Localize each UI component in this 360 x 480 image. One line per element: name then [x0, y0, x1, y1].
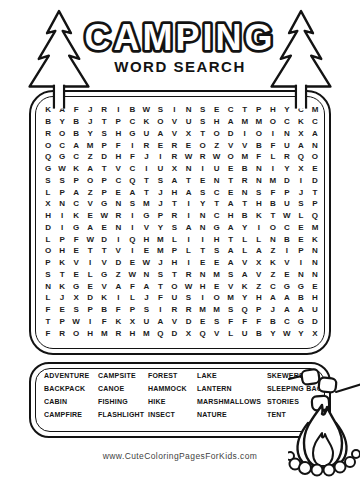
grid-cell: Y: [153, 222, 167, 234]
grid-cell: G: [97, 269, 111, 281]
grid-cell: Q: [308, 210, 322, 222]
grid-cell: N: [252, 175, 266, 187]
grid-cell: I: [182, 233, 196, 245]
grid-cell: U: [153, 163, 167, 175]
grid-cell: R: [41, 128, 55, 140]
grid-cell: X: [182, 128, 196, 140]
grid-cell: C: [55, 139, 69, 151]
grid-cell: S: [224, 304, 238, 316]
grid-cell: G: [139, 210, 153, 222]
grid-cell: W: [280, 327, 294, 339]
grid-cell: O: [55, 128, 69, 140]
grid-cell: F: [111, 139, 125, 151]
grid-cell: P: [55, 186, 69, 198]
grid-cell: P: [55, 233, 69, 245]
grid-cell: P: [83, 304, 97, 316]
grid-cell: I: [238, 128, 252, 140]
grid-cell: I: [83, 257, 97, 269]
grid-cell: Q: [41, 151, 55, 163]
word-list-item: CAMPFIRE: [44, 408, 98, 421]
grid-cell: L: [238, 233, 252, 245]
grid-cell: S: [196, 104, 210, 116]
grid-cell: I: [111, 104, 125, 116]
grid-cell: P: [97, 175, 111, 187]
grid-cell: C: [69, 198, 83, 210]
grid-cell: M: [210, 269, 224, 281]
grid-cell: R: [111, 210, 125, 222]
grid-cell: X: [294, 128, 308, 140]
grid-cell: I: [153, 151, 167, 163]
page-title: CAMPING: [85, 17, 276, 58]
word-list-column: LAKELANTERNMARSHMALLOWSNATURE: [197, 369, 267, 421]
grid-cell: C: [125, 163, 139, 175]
campfire-marshmallow-illustration: [288, 363, 360, 477]
grid-cell: B: [125, 104, 139, 116]
grid-cell: A: [139, 280, 153, 292]
grid-cell: R: [167, 304, 181, 316]
grid-cell: M: [266, 175, 280, 187]
grid-cell: R: [167, 210, 181, 222]
grid-cell: Z: [83, 151, 97, 163]
grid-cell: L: [167, 233, 181, 245]
grid-cell: S: [210, 316, 224, 328]
grid-cell: K: [294, 116, 308, 128]
grid-cell: D: [97, 233, 111, 245]
grid-cell: S: [41, 175, 55, 187]
grid-cell: W: [139, 257, 153, 269]
grid-cell: P: [294, 245, 308, 257]
grid-cell: A: [224, 245, 238, 257]
grid-cell: A: [224, 116, 238, 128]
grid-cell: O: [41, 245, 55, 257]
grid-cell: M: [153, 233, 167, 245]
grid-cell: M: [224, 292, 238, 304]
grid-cell: P: [69, 175, 83, 187]
grid-cell: Z: [210, 139, 224, 151]
grid-cell: A: [224, 198, 238, 210]
grid-cell: A: [224, 222, 238, 234]
grid-cell: L: [41, 186, 55, 198]
grid-cell: L: [125, 292, 139, 304]
grid-cell: X: [182, 327, 196, 339]
skewer-stick: [289, 376, 301, 379]
grid-cell: F: [125, 151, 139, 163]
grid-cell: J: [266, 304, 280, 316]
grid-cell: V: [280, 257, 294, 269]
grid-cell: G: [97, 198, 111, 210]
grid-cell: T: [224, 175, 238, 187]
grid-cell: J: [83, 116, 97, 128]
word-list-column: FORESTHAMMOCKHIKEINSECT: [148, 369, 197, 421]
grid-cell: S: [210, 245, 224, 257]
grid-cell: G: [280, 280, 294, 292]
tree-trunk: [54, 85, 64, 109]
grid-cell: I: [266, 163, 280, 175]
grid-cell: T: [139, 175, 153, 187]
grid-cell: H: [55, 245, 69, 257]
grid-cell: V: [97, 257, 111, 269]
grid-cell: Z: [111, 269, 125, 281]
grid-cell: C: [69, 151, 83, 163]
grid-cell: U: [167, 292, 181, 304]
grid-cell: U: [210, 163, 224, 175]
grid-cell: U: [182, 116, 196, 128]
word-list-item: BACKPACK: [44, 382, 98, 395]
grid-cell: A: [167, 175, 181, 187]
grid-cell: I: [196, 233, 210, 245]
grid-cell: B: [252, 327, 266, 339]
grid-cell: U: [238, 327, 252, 339]
grid-cell: T: [97, 245, 111, 257]
grid-cell: M: [196, 304, 210, 316]
grid-cell: K: [97, 292, 111, 304]
grid-cell: S: [224, 269, 238, 281]
grid-cell: L: [294, 210, 308, 222]
grid-cell: H: [210, 233, 224, 245]
grid-cell: J: [153, 257, 167, 269]
grid-cell: S: [97, 128, 111, 140]
grid-cell: S: [153, 269, 167, 281]
grid-cell: I: [139, 163, 153, 175]
grid-cell: A: [280, 292, 294, 304]
grid-cell: P: [280, 186, 294, 198]
grid-cell: S: [153, 175, 167, 187]
word-list-item: LAKE: [197, 369, 267, 382]
grid-cell: M: [139, 198, 153, 210]
grid-cell: V: [83, 198, 97, 210]
word-list-column: ADVENTUREBACKPACKCABINCAMPFIRE: [44, 369, 98, 421]
grid-cell: O: [69, 327, 83, 339]
word-list-item: FISHING: [98, 395, 148, 408]
grid-cell: D: [308, 175, 322, 187]
grid-cell: P: [153, 210, 167, 222]
grid-cell: W: [125, 269, 139, 281]
grid-cell: A: [294, 139, 308, 151]
grid-cell: R: [55, 327, 69, 339]
grid-cell: F: [252, 316, 266, 328]
grid-cell: E: [125, 257, 139, 269]
grid-cell: E: [55, 304, 69, 316]
grid-cell: W: [182, 151, 196, 163]
grid-cell: O: [266, 116, 280, 128]
grid-cell: T: [308, 186, 322, 198]
tree-trunk: [296, 85, 306, 109]
grid-cell: A: [266, 292, 280, 304]
grid-cell: U: [139, 128, 153, 140]
grid-cell: E: [224, 186, 238, 198]
grid-cell: H: [196, 280, 210, 292]
grid-cell: E: [294, 222, 308, 234]
grid-cell: T: [238, 198, 252, 210]
grid-cell: N: [238, 186, 252, 198]
grid-cell: F: [252, 151, 266, 163]
grid-cell: V: [69, 257, 83, 269]
grid-cell: P: [125, 304, 139, 316]
grid-cell: K: [238, 280, 252, 292]
grid-cell: H: [111, 151, 125, 163]
grid-cell: A: [83, 163, 97, 175]
grid-cell: P: [308, 198, 322, 210]
grid-cell: Q: [125, 175, 139, 187]
grid-cell: P: [97, 139, 111, 151]
grid-cell: S: [41, 269, 55, 281]
grid-cell: I: [125, 222, 139, 234]
grid-cell: O: [153, 116, 167, 128]
grid-cell: A: [182, 222, 196, 234]
word-list-item: FLASHLIGHT: [98, 408, 148, 421]
grid-cell: R: [167, 139, 181, 151]
grid-cell: S: [55, 175, 69, 187]
grid-cell: Q: [125, 233, 139, 245]
grid-cell: Q: [238, 304, 252, 316]
grid-cell: R: [182, 304, 196, 316]
grid-cell: W: [210, 151, 224, 163]
grid-cell: B: [266, 316, 280, 328]
grid-cell: T: [182, 175, 196, 187]
grid-cell: M: [238, 151, 252, 163]
grid-cell: A: [182, 186, 196, 198]
grid-cell: G: [125, 128, 139, 140]
grid-cell: G: [294, 316, 308, 328]
marshmallow: [301, 369, 320, 385]
grid-cell: Q: [196, 327, 210, 339]
grid-cell: I: [182, 210, 196, 222]
grid-cell: T: [196, 245, 210, 257]
grid-cell: W: [182, 280, 196, 292]
grid-cell: N: [196, 210, 210, 222]
grid-cell: I: [55, 222, 69, 234]
grid-cell: C: [210, 210, 224, 222]
grid-cell: I: [196, 292, 210, 304]
grid-cell: I: [83, 316, 97, 328]
tree-canopy: [272, 11, 331, 86]
grid-cell: S: [182, 292, 196, 304]
grid-cell: F: [111, 304, 125, 316]
grid-cell: O: [196, 139, 210, 151]
grid-cell: B: [266, 198, 280, 210]
grid-cell: E: [294, 233, 308, 245]
grid-cell: E: [182, 139, 196, 151]
grid-cell: T: [139, 186, 153, 198]
grid-cell: G: [294, 280, 308, 292]
grid-cell: C: [308, 116, 322, 128]
grid-cell: I: [294, 175, 308, 187]
grid-cell: F: [41, 304, 55, 316]
grid-cell: B: [280, 233, 294, 245]
grid-cell: H: [167, 257, 181, 269]
grid-cell: B: [252, 139, 266, 151]
grid-cell: C: [280, 222, 294, 234]
grid-cell: F: [266, 139, 280, 151]
grid-cell: F: [238, 316, 252, 328]
grid-cell: A: [69, 186, 83, 198]
grid-cell: N: [41, 280, 55, 292]
grid-cell: V: [167, 316, 181, 328]
grid-cell: V: [111, 245, 125, 257]
grid-cell: N: [210, 175, 224, 187]
grid-cell: M: [97, 327, 111, 339]
grid-cell: B: [238, 210, 252, 222]
grid-cell: L: [252, 233, 266, 245]
word-list-item: FOREST: [148, 369, 197, 382]
grid-cell: T: [210, 198, 224, 210]
grid-cell: A: [252, 245, 266, 257]
grid-cell: R: [196, 151, 210, 163]
grid-cell: I: [153, 304, 167, 316]
grid-cell: I: [125, 139, 139, 151]
grid-cell: Q: [153, 327, 167, 339]
grid-cell: I: [167, 104, 181, 116]
grid-cell: C: [224, 104, 238, 116]
grid-cell: J: [294, 186, 308, 198]
grid-cell: W: [280, 210, 294, 222]
grid-cell: Z: [83, 186, 97, 198]
grid-cell: H: [252, 198, 266, 210]
grid-cell: J: [55, 292, 69, 304]
grid-cell: Z: [252, 280, 266, 292]
grid-cell: D: [167, 327, 181, 339]
grid-cell: S: [252, 186, 266, 198]
grid-cell: G: [41, 163, 55, 175]
grid-cell: A: [280, 304, 294, 316]
grid-cell: Y: [238, 222, 252, 234]
grid-cell: B: [69, 116, 83, 128]
grid-cell: P: [55, 316, 69, 328]
grid-cell: S: [196, 186, 210, 198]
grid-cell: W: [69, 316, 83, 328]
grid-cell: E: [196, 257, 210, 269]
skewer-stick: [336, 384, 360, 392]
grid-cell: O: [210, 128, 224, 140]
grid-cell: E: [97, 222, 111, 234]
grid-cell: V: [167, 128, 181, 140]
word-search-grid: KAFJRIBWSINSECTPHYCMBYBJTPCKOVUSHAMMOCKC…: [41, 104, 322, 339]
word-list-item: LANTERN: [197, 382, 267, 395]
grid-cell: N: [111, 198, 125, 210]
grid-cell: N: [266, 233, 280, 245]
grid-cell: H: [41, 210, 55, 222]
grid-cell: G: [69, 222, 83, 234]
grid-cell: R: [167, 151, 181, 163]
grid-cell: V: [111, 163, 125, 175]
grid-cell: E: [83, 280, 97, 292]
word-list-item: ADVENTURE: [44, 369, 98, 382]
grid-cell: C: [266, 280, 280, 292]
grid-cell: L: [41, 233, 55, 245]
pine-tree-left-illustration: [13, 6, 105, 110]
grid-cell: V: [97, 280, 111, 292]
grid-cell: P: [111, 116, 125, 128]
grid-cell: T: [167, 269, 181, 281]
grid-cell: E: [210, 104, 224, 116]
grid-cell: N: [294, 269, 308, 281]
grid-cell: M: [308, 222, 322, 234]
grid-cell: I: [266, 128, 280, 140]
grid-cell: N: [196, 222, 210, 234]
grid-cell: B: [238, 163, 252, 175]
grid-cell: X: [125, 316, 139, 328]
grid-cell: K: [266, 257, 280, 269]
grid-cell: K: [55, 257, 69, 269]
grid-cell: A: [153, 316, 167, 328]
grid-cell: N: [308, 245, 322, 257]
grid-cell: U: [139, 316, 153, 328]
grid-cell: V: [210, 327, 224, 339]
grid-cell: Y: [294, 327, 308, 339]
grid-cell: H: [167, 186, 181, 198]
grid-cell: H: [83, 327, 97, 339]
grid-cell: K: [69, 210, 83, 222]
grid-cell: V: [167, 116, 181, 128]
grid-cell: V: [224, 139, 238, 151]
word-list-item: CANOE: [98, 382, 148, 395]
grid-cell: N: [308, 139, 322, 151]
word-list-column: CAMPSITECANOEFISHINGFLASHLIGHT: [98, 369, 148, 421]
grid-cell: K: [252, 210, 266, 222]
grid-cell: N: [111, 222, 125, 234]
grid-cell: T: [41, 316, 55, 328]
grid-cell: M: [252, 116, 266, 128]
word-list-item: MARSHMALLOWS: [197, 395, 267, 408]
grid-cell: Y: [280, 163, 294, 175]
grid-cell: M: [153, 245, 167, 257]
grid-cell: P: [167, 245, 181, 257]
grid-cell: X: [167, 163, 181, 175]
grid-cell: X: [294, 163, 308, 175]
grid-cell: I: [125, 245, 139, 257]
grid-cell: M: [139, 327, 153, 339]
grid-cell: I: [252, 222, 266, 234]
grid-cell: L: [266, 151, 280, 163]
grid-cell: R: [238, 175, 252, 187]
grid-cell: T: [97, 116, 111, 128]
grid-cell: O: [308, 151, 322, 163]
grid-cell: J: [153, 198, 167, 210]
grid-cell: S: [167, 222, 181, 234]
grid-cell: H: [308, 292, 322, 304]
grid-cell: L: [41, 292, 55, 304]
grid-cell: L: [238, 245, 252, 257]
grid-cell: C: [280, 316, 294, 328]
grid-cell: N: [139, 269, 153, 281]
grid-cell: O: [167, 280, 181, 292]
grid-cell: N: [308, 269, 322, 281]
grid-cell: H: [139, 233, 153, 245]
grid-cell: I: [280, 245, 294, 257]
word-list-item: INSECT: [148, 408, 197, 421]
grid-cell: T: [55, 269, 69, 281]
grid-cell: U: [308, 304, 322, 316]
grid-cell: Z: [266, 245, 280, 257]
grid-cell: O: [224, 151, 238, 163]
grid-cell: T: [97, 163, 111, 175]
grid-cell: M: [238, 116, 252, 128]
grid-cell: D: [97, 151, 111, 163]
word-list-item: HIKE: [148, 395, 197, 408]
grid-cell: Z: [266, 269, 280, 281]
grid-cell: L: [224, 327, 238, 339]
grid-cell: V: [139, 222, 153, 234]
grid-cell: L: [83, 269, 97, 281]
grid-cell: Y: [238, 292, 252, 304]
grid-cell: K: [139, 116, 153, 128]
grid-cell: P: [252, 304, 266, 316]
grid-cell: I: [55, 210, 69, 222]
grid-cell: K: [69, 163, 83, 175]
grid-cell: O: [210, 292, 224, 304]
grid-cell: N: [182, 163, 196, 175]
grid-cell: T: [153, 280, 167, 292]
